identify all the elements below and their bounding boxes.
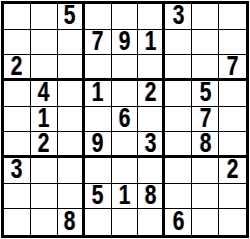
given-digit: 4 [38,81,50,107]
cell-r3c4[interactable] [85,55,112,81]
cell-r1c4[interactable] [85,4,112,30]
cell-r7c1[interactable]: 3 [4,158,31,184]
cell-r5c1[interactable] [4,107,31,133]
cell-r9c1[interactable] [4,209,31,235]
given-digit: 9 [92,132,104,157]
cell-r4c9[interactable] [219,81,246,107]
cell-r6c9[interactable] [219,132,246,158]
cell-r4c3[interactable] [58,81,85,107]
cell-r1c8[interactable] [192,4,219,30]
cell-r2c5[interactable]: 9 [112,30,139,56]
cell-r1c1[interactable] [4,4,31,30]
given-digit: 2 [145,81,157,107]
cell-r6c2[interactable]: 2 [31,132,58,158]
given-digit: 1 [119,184,131,210]
cell-r9c3[interactable]: 8 [58,209,85,235]
cell-r1c5[interactable] [112,4,139,30]
cell-r7c6[interactable] [138,158,165,184]
cell-r1c6[interactable] [138,4,165,30]
cell-r5c3[interactable] [58,107,85,133]
cell-r6c8[interactable]: 8 [192,132,219,158]
cell-r7c9[interactable]: 2 [219,158,246,184]
cell-r5c8[interactable]: 7 [192,107,219,133]
given-digit: 1 [38,107,50,133]
cell-r4c2[interactable]: 4 [31,81,58,107]
cell-r8c6[interactable]: 8 [138,184,165,210]
given-digit: 8 [64,209,76,235]
cell-r3c9[interactable]: 7 [219,55,246,81]
cell-r7c2[interactable] [31,158,58,184]
cell-r8c5[interactable]: 1 [112,184,139,210]
cell-r2c4[interactable]: 7 [85,30,112,56]
cell-r5c4[interactable] [85,107,112,133]
cell-r2c2[interactable] [31,30,58,56]
given-digit: 3 [11,158,23,184]
cell-r4c8[interactable]: 5 [192,81,219,107]
given-digit: 6 [172,209,184,235]
given-digit: 2 [11,55,23,80]
cell-r9c8[interactable] [192,209,219,235]
cell-r5c5[interactable]: 6 [112,107,139,133]
cell-r1c9[interactable] [219,4,246,30]
cell-r6c5[interactable] [112,132,139,158]
cell-r3c6[interactable] [138,55,165,81]
given-digit: 7 [199,107,211,133]
cell-r3c5[interactable] [112,55,139,81]
cell-r7c5[interactable] [112,158,139,184]
cell-r2c1[interactable] [4,30,31,56]
given-digit: 6 [119,107,131,133]
cell-r2c8[interactable] [192,30,219,56]
cell-r4c5[interactable] [112,81,139,107]
cell-r4c6[interactable]: 2 [138,81,165,107]
cell-r5c7[interactable] [165,107,192,133]
cell-r5c9[interactable] [219,107,246,133]
cell-r9c5[interactable] [112,209,139,235]
cell-r9c9[interactable] [219,209,246,235]
given-digit: 5 [64,4,76,30]
given-digit: 7 [92,30,104,56]
cell-r9c6[interactable] [138,209,165,235]
cell-r1c3[interactable]: 5 [58,4,85,30]
given-digit: 8 [145,184,157,210]
given-digit: 1 [145,30,157,56]
cell-r9c7[interactable]: 6 [165,209,192,235]
cell-r7c8[interactable] [192,158,219,184]
cell-r3c2[interactable] [31,55,58,81]
cell-r4c1[interactable] [4,81,31,107]
cell-r8c3[interactable] [58,184,85,210]
given-digit: 7 [227,55,239,80]
given-digit: 9 [119,30,131,56]
cell-r8c7[interactable] [165,184,192,210]
cell-r3c7[interactable] [165,55,192,81]
cell-r7c7[interactable] [165,158,192,184]
sudoku-board: 5379127412516729383251886 [1,1,249,238]
cell-r2c9[interactable] [219,30,246,56]
cell-r6c7[interactable] [165,132,192,158]
cell-r8c9[interactable] [219,184,246,210]
cell-r3c1[interactable]: 2 [4,55,31,81]
cell-r9c2[interactable] [31,209,58,235]
cell-r2c3[interactable] [58,30,85,56]
cell-r6c3[interactable] [58,132,85,158]
cell-r7c3[interactable] [58,158,85,184]
cell-r1c7[interactable]: 3 [165,4,192,30]
cell-r4c7[interactable] [165,81,192,107]
cell-r6c4[interactable]: 9 [85,132,112,158]
given-digit: 2 [38,132,50,157]
cell-r3c3[interactable] [58,55,85,81]
given-digit: 5 [92,184,104,210]
given-digit: 5 [199,81,211,107]
given-digit: 2 [227,158,239,184]
cell-r5c2[interactable]: 1 [31,107,58,133]
cell-r8c2[interactable] [31,184,58,210]
cell-r3c8[interactable] [192,55,219,81]
cell-r6c1[interactable] [4,132,31,158]
cell-r5c6[interactable] [138,107,165,133]
given-digit: 3 [145,132,157,157]
given-digit: 8 [199,132,211,157]
cell-r2c6[interactable]: 1 [138,30,165,56]
cell-r9c4[interactable] [85,209,112,235]
given-digit: 1 [92,81,104,107]
cell-r8c4[interactable]: 5 [85,184,112,210]
cell-r7c4[interactable] [85,158,112,184]
cell-r8c1[interactable] [4,184,31,210]
cell-r4c4[interactable]: 1 [85,81,112,107]
cell-r1c2[interactable] [31,4,58,30]
cell-r2c7[interactable] [165,30,192,56]
cell-r6c6[interactable]: 3 [138,132,165,158]
given-digit: 3 [172,4,184,30]
cell-r8c8[interactable] [192,184,219,210]
